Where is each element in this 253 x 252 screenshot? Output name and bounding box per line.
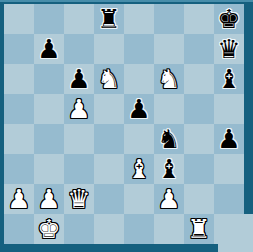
square-c3[interactable]: [64, 154, 94, 184]
square-b7[interactable]: ♟: [34, 34, 64, 64]
piece-black-queen[interactable]: ♛: [214, 34, 244, 64]
square-a1[interactable]: [4, 214, 34, 244]
square-e8[interactable]: [124, 4, 154, 34]
square-f4[interactable]: ♞: [154, 124, 184, 154]
square-c5[interactable]: ♟: [64, 94, 94, 124]
square-h1[interactable]: [214, 214, 244, 244]
piece-black-king[interactable]: ♚: [214, 4, 244, 34]
square-b8[interactable]: [34, 4, 64, 34]
piece-white-knight[interactable]: ♞: [94, 64, 124, 94]
chess-board[interactable]: ♜♚♟♛♟♞♞♝♟♟♞♟♝♝♟♟♛♟♚♜: [4, 4, 244, 244]
square-g1[interactable]: ♜: [184, 214, 214, 244]
square-h3[interactable]: [214, 154, 244, 184]
piece-black-bishop[interactable]: ♝: [214, 64, 244, 94]
square-e3[interactable]: ♝: [124, 154, 154, 184]
square-a8[interactable]: [4, 4, 34, 34]
square-d6[interactable]: ♞: [94, 64, 124, 94]
square-h7[interactable]: ♛: [214, 34, 244, 64]
piece-white-rook[interactable]: ♜: [184, 214, 214, 244]
piece-white-pawn[interactable]: ♟: [34, 184, 64, 214]
square-h6[interactable]: ♝: [214, 64, 244, 94]
square-a3[interactable]: [4, 154, 34, 184]
square-e5[interactable]: ♟: [124, 94, 154, 124]
piece-black-pawn[interactable]: ♟: [214, 124, 244, 154]
piece-black-rook[interactable]: ♜: [94, 4, 124, 34]
square-f6[interactable]: ♞: [154, 64, 184, 94]
piece-black-bishop[interactable]: ♝: [154, 154, 184, 184]
square-g8[interactable]: [184, 4, 214, 34]
square-e7[interactable]: [124, 34, 154, 64]
square-a2[interactable]: ♟: [4, 184, 34, 214]
square-g2[interactable]: [184, 184, 214, 214]
square-b1[interactable]: ♚: [34, 214, 64, 244]
piece-white-knight[interactable]: ♞: [154, 64, 184, 94]
square-c8[interactable]: [64, 4, 94, 34]
square-f2[interactable]: ♟: [154, 184, 184, 214]
piece-black-knight[interactable]: ♞: [154, 124, 184, 154]
square-h5[interactable]: [214, 94, 244, 124]
square-e2[interactable]: [124, 184, 154, 214]
square-b5[interactable]: [34, 94, 64, 124]
piece-white-bishop[interactable]: ♝: [124, 154, 154, 184]
square-b3[interactable]: [34, 154, 64, 184]
piece-white-pawn[interactable]: ♟: [64, 94, 94, 124]
square-a5[interactable]: [4, 94, 34, 124]
corner-cutoff-patch: [218, 244, 253, 252]
chess-board-frame: ♜♚♟♛♟♞♞♝♟♟♞♟♝♝♟♟♛♟♚♜: [0, 0, 253, 252]
square-d1[interactable]: [94, 214, 124, 244]
square-b4[interactable]: [34, 124, 64, 154]
square-h8[interactable]: ♚: [214, 4, 244, 34]
square-f7[interactable]: [154, 34, 184, 64]
square-d7[interactable]: [94, 34, 124, 64]
square-e6[interactable]: [124, 64, 154, 94]
square-d2[interactable]: [94, 184, 124, 214]
square-c6[interactable]: ♟: [64, 64, 94, 94]
square-g4[interactable]: [184, 124, 214, 154]
square-c4[interactable]: [64, 124, 94, 154]
piece-black-pawn[interactable]: ♟: [34, 34, 64, 64]
square-g3[interactable]: [184, 154, 214, 184]
square-a4[interactable]: [4, 124, 34, 154]
piece-white-pawn[interactable]: ♟: [154, 184, 184, 214]
square-c1[interactable]: [64, 214, 94, 244]
square-g7[interactable]: [184, 34, 214, 64]
square-h2[interactable]: [214, 184, 244, 214]
square-h4[interactable]: ♟: [214, 124, 244, 154]
piece-white-pawn[interactable]: ♟: [4, 184, 34, 214]
square-f1[interactable]: [154, 214, 184, 244]
square-a6[interactable]: [4, 64, 34, 94]
square-a7[interactable]: [4, 34, 34, 64]
square-g6[interactable]: [184, 64, 214, 94]
square-e4[interactable]: [124, 124, 154, 154]
piece-white-king[interactable]: ♚: [34, 214, 64, 244]
square-d3[interactable]: [94, 154, 124, 184]
square-b2[interactable]: ♟: [34, 184, 64, 214]
square-f3[interactable]: ♝: [154, 154, 184, 184]
square-c7[interactable]: [64, 34, 94, 64]
square-d5[interactable]: [94, 94, 124, 124]
square-d8[interactable]: ♜: [94, 4, 124, 34]
piece-white-queen[interactable]: ♛: [64, 184, 94, 214]
piece-black-pawn[interactable]: ♟: [124, 94, 154, 124]
piece-black-pawn[interactable]: ♟: [64, 64, 94, 94]
square-e1[interactable]: [124, 214, 154, 244]
frame-top-highlight: [0, 0, 253, 2]
square-c2[interactable]: ♛: [64, 184, 94, 214]
square-f5[interactable]: [154, 94, 184, 124]
square-g5[interactable]: [184, 94, 214, 124]
square-b6[interactable]: [34, 64, 64, 94]
square-d4[interactable]: [94, 124, 124, 154]
square-f8[interactable]: [154, 4, 184, 34]
